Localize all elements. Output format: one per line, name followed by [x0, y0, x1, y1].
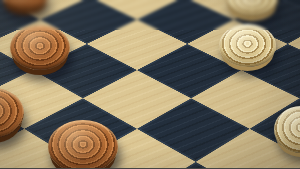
- checker-piece-brown[interactable]: ⛂: [10, 25, 70, 70]
- checker-piece-brown[interactable]: ⛂: [0, 88, 24, 138]
- checker-piece-brown[interactable]: ⛂: [48, 120, 118, 169]
- checker-piece-cream[interactable]: ⛀: [219, 24, 276, 67]
- checkers-photo: ⛂⛂⛂⛂⛀⛀⛀: [0, 0, 300, 168]
- checker-piece-cream[interactable]: ⛀: [226, 0, 278, 17]
- checker-piece-brown[interactable]: ⛂: [2, 0, 48, 10]
- piece-layer: ⛂⛂⛂⛂⛀⛀⛀: [0, 0, 300, 168]
- checker-piece-cream[interactable]: ⛀: [274, 106, 300, 153]
